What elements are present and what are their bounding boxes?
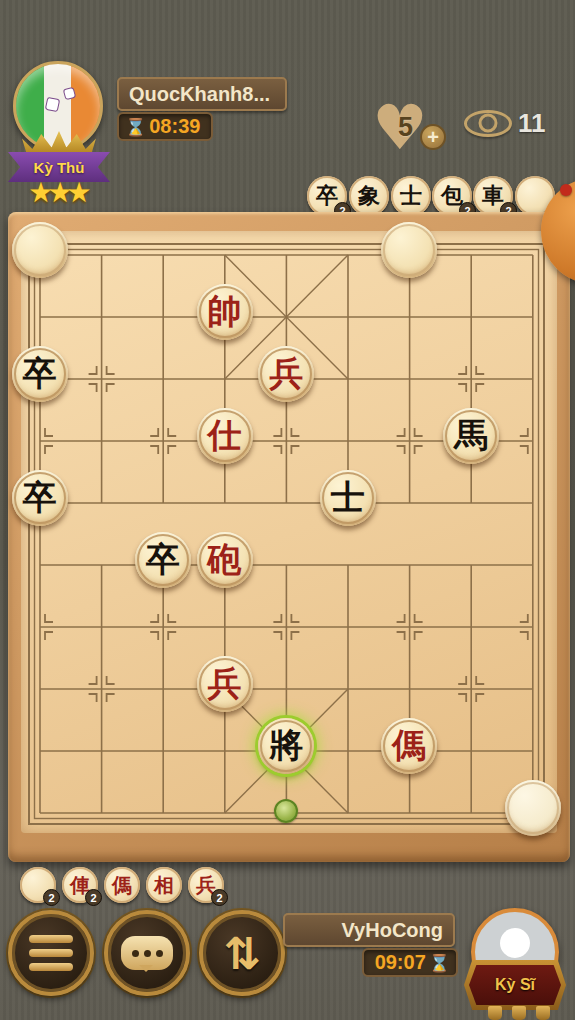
- swap-button[interactable]: ⇅: [199, 910, 285, 996]
- captured-piece-傌: 傌: [104, 867, 140, 903]
- add-heart-button[interactable]: +: [420, 124, 446, 150]
- menu-button[interactable]: [8, 910, 94, 996]
- avatar-decal: [63, 87, 76, 100]
- captured-covered-piece: 2: [20, 867, 56, 903]
- captured-count-badge: 2: [43, 889, 60, 906]
- black-piece-士[interactable]: 士: [320, 470, 376, 526]
- bottom-player-name: VyHoCong: [283, 913, 455, 947]
- covered-piece[interactable]: [12, 222, 68, 278]
- avatar-decal: [45, 97, 60, 112]
- hourglass-icon: ⌛: [429, 953, 450, 973]
- captured-piece-相: 相: [146, 867, 182, 903]
- notification-dot: [560, 184, 572, 196]
- swap-arrows-icon: ⇅: [224, 928, 261, 979]
- black-piece-馬[interactable]: 馬: [443, 408, 499, 464]
- bottom-player-rank-badge: Kỳ Sĩ: [464, 960, 566, 1010]
- captured-count-badge: 2: [211, 889, 228, 906]
- captured-piece-兵: 兵2: [188, 867, 224, 903]
- hourglass-icon: ⌛: [125, 117, 146, 137]
- menu-icon: [29, 935, 73, 971]
- captured-piece-士: 士: [391, 176, 431, 216]
- black-piece-卒[interactable]: 卒: [12, 470, 68, 526]
- person-silhouette-icon: [500, 928, 530, 958]
- captured-piece-俥: 俥2: [62, 867, 98, 903]
- eye-icon: [464, 110, 512, 137]
- chat-bubble-icon: [121, 936, 173, 970]
- chat-button[interactable]: [104, 910, 190, 996]
- covered-piece[interactable]: [505, 780, 561, 836]
- spectators-count: 11: [518, 108, 546, 139]
- red-piece-仕[interactable]: 仕: [197, 408, 253, 464]
- black-piece-卒[interactable]: 卒: [12, 346, 68, 402]
- medal-icons: [488, 1006, 550, 1020]
- bottom-player-timer: 09:07 ⌛: [362, 948, 458, 977]
- top-timer-value: 08:39: [149, 115, 200, 138]
- bottom-timer-value: 09:07: [375, 951, 426, 974]
- captured-piece-象: 象: [349, 176, 389, 216]
- hearts-widget: ♥ 5 +: [372, 98, 452, 164]
- red-piece-砲[interactable]: 砲: [197, 532, 253, 588]
- red-piece-兵[interactable]: 兵: [258, 346, 314, 402]
- captured-piece-車: 車2: [473, 176, 513, 216]
- top-player-timer: ⌛ 08:39: [117, 112, 213, 141]
- black-piece-將[interactable]: 將: [258, 718, 314, 774]
- red-piece-帥[interactable]: 帥: [197, 284, 253, 340]
- star-icon: ★: [67, 177, 92, 208]
- black-piece-卒[interactable]: 卒: [135, 532, 191, 588]
- last-move-origin-marker: [274, 799, 298, 823]
- red-piece-傌[interactable]: 傌: [381, 718, 437, 774]
- rank-stars: ★★★: [14, 176, 106, 209]
- captured-piece-卒: 卒2: [307, 176, 347, 216]
- spectators-widget: 11: [464, 106, 574, 140]
- piece-grid: 帥卒兵仕馬卒士卒砲兵將傌: [9, 224, 563, 844]
- red-piece-兵[interactable]: 兵: [197, 656, 253, 712]
- captured-count-badge: 2: [85, 889, 102, 906]
- bottom-rank-label: Kỳ Sĩ: [469, 965, 561, 1005]
- covered-piece[interactable]: [381, 222, 437, 278]
- top-player-name: QuocKhanh8...: [117, 77, 287, 111]
- app-screen: Kỳ Thủ ★★★ QuocKhanh8... ⌛ 08:39 ♥ 5 + 1…: [0, 0, 575, 1020]
- captured-piece-包: 包2: [432, 176, 472, 216]
- hearts-count: 5: [398, 112, 413, 143]
